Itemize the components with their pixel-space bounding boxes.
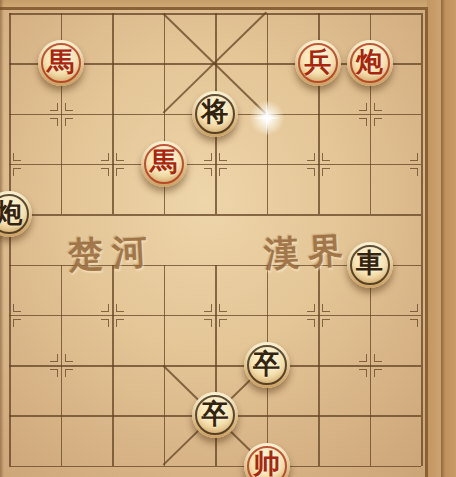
point-marker: [13, 319, 21, 327]
point-marker: [101, 319, 109, 327]
point-marker: [204, 304, 212, 312]
point-marker: [322, 168, 330, 176]
xiangqi-board[interactable]: 楚河 漢界 馬兵炮将馬炮車卒卒帅: [0, 0, 456, 477]
point-marker: [219, 168, 227, 176]
point-marker: [410, 304, 418, 312]
grid-line: [9, 13, 11, 466]
point-marker: [359, 369, 367, 377]
point-marker: [116, 304, 124, 312]
piece-red-general[interactable]: 帅: [244, 443, 290, 477]
piece-glyph: 卒: [202, 401, 229, 428]
point-marker: [374, 354, 382, 362]
point-marker: [410, 319, 418, 327]
point-marker: [359, 354, 367, 362]
point-marker: [13, 304, 21, 312]
grid-line: [421, 13, 423, 466]
point-marker: [50, 354, 58, 362]
point-marker: [322, 153, 330, 161]
piece-black-cannon[interactable]: 炮: [0, 191, 32, 237]
point-marker: [65, 118, 73, 126]
piece-glyph: 将: [202, 99, 229, 126]
point-marker: [219, 319, 227, 327]
piece-glyph: 炮: [0, 200, 23, 227]
point-marker: [219, 304, 227, 312]
piece-black-soldier[interactable]: 卒: [244, 342, 290, 388]
point-marker: [307, 319, 315, 327]
river-label-left: 楚河: [51, 228, 173, 278]
grid-line: [9, 214, 421, 216]
board-frame-left-edge: [0, 0, 4, 477]
board-frame-right-outer: [441, 0, 456, 477]
point-marker: [101, 153, 109, 161]
piece-red-horse[interactable]: 馬: [38, 40, 84, 86]
board-frame-top-line: [0, 7, 427, 10]
board-frame-right-line: [425, 7, 428, 477]
piece-black-general[interactable]: 将: [192, 91, 238, 137]
piece-black-chariot[interactable]: 車: [347, 242, 393, 288]
point-marker: [322, 304, 330, 312]
grid-line: [318, 265, 320, 466]
point-marker: [307, 304, 315, 312]
point-marker: [50, 103, 58, 111]
point-marker: [410, 168, 418, 176]
piece-red-horse[interactable]: 馬: [141, 141, 187, 187]
board-frame-top-margin: [0, 0, 427, 7]
point-marker: [374, 118, 382, 126]
point-marker: [101, 168, 109, 176]
point-marker: [13, 153, 21, 161]
piece-red-soldier[interactable]: 兵: [295, 40, 341, 86]
point-marker: [204, 153, 212, 161]
grid-line: [9, 466, 421, 468]
piece-glyph: 卒: [253, 351, 280, 378]
piece-red-cannon[interactable]: 炮: [347, 40, 393, 86]
point-marker: [65, 103, 73, 111]
grid-line: [112, 265, 114, 466]
piece-glyph: 車: [356, 250, 383, 277]
point-marker: [359, 103, 367, 111]
point-marker: [116, 319, 124, 327]
grid-line: [112, 13, 114, 214]
point-marker: [204, 319, 212, 327]
point-marker: [322, 319, 330, 327]
point-marker: [50, 369, 58, 377]
grid-line: [61, 265, 63, 466]
point-marker: [101, 304, 109, 312]
point-marker: [50, 118, 58, 126]
point-marker: [13, 168, 21, 176]
piece-glyph: 馬: [150, 149, 177, 176]
grid-line: [370, 265, 372, 466]
piece-glyph: 馬: [47, 49, 74, 76]
point-marker: [410, 153, 418, 161]
point-marker: [116, 153, 124, 161]
point-marker: [65, 354, 73, 362]
point-marker: [219, 153, 227, 161]
point-marker: [65, 369, 73, 377]
point-marker: [307, 168, 315, 176]
point-marker: [116, 168, 124, 176]
piece-glyph: 帅: [253, 451, 280, 477]
point-marker: [374, 369, 382, 377]
point-marker: [359, 118, 367, 126]
point-marker: [374, 103, 382, 111]
piece-glyph: 炮: [356, 49, 383, 76]
point-marker: [204, 168, 212, 176]
piece-glyph: 兵: [305, 49, 332, 76]
point-marker: [307, 153, 315, 161]
board-frame-right-band: [427, 0, 441, 477]
